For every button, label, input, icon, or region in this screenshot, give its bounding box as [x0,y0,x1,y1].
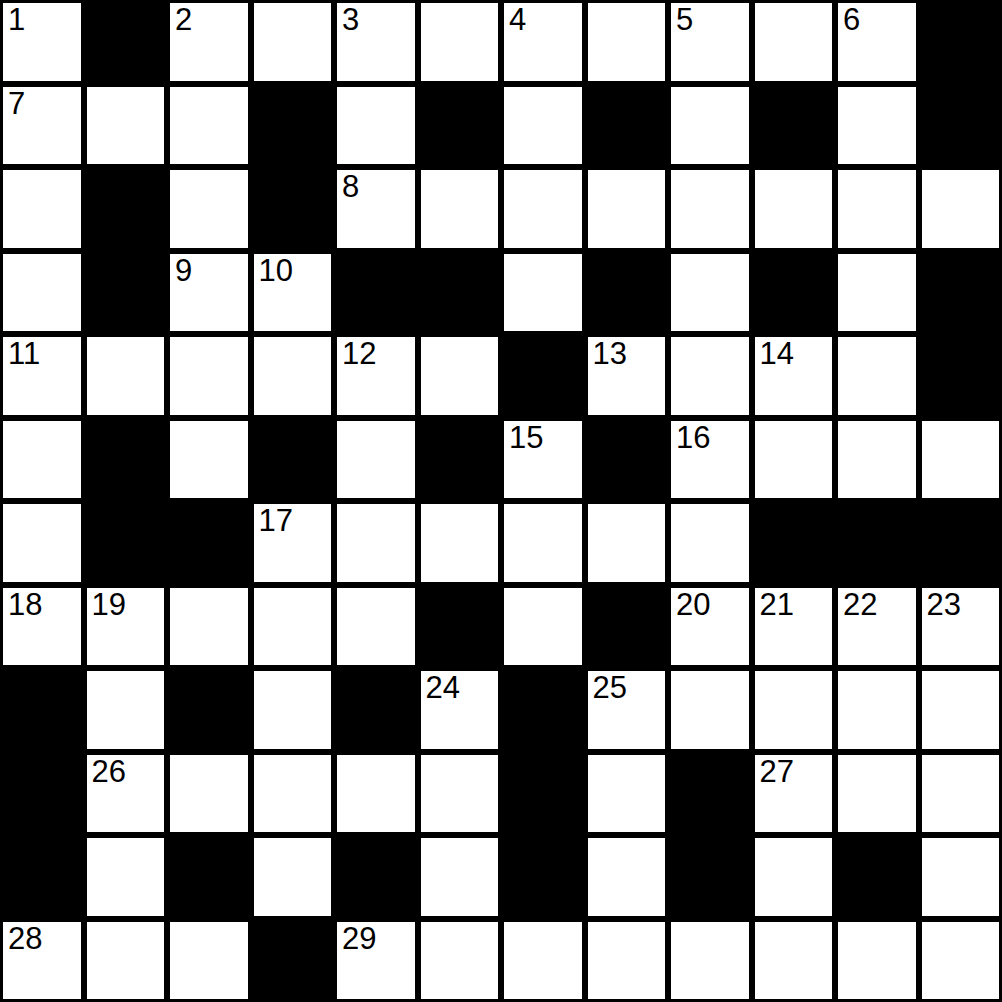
black-cell-r4c6 [418,251,502,335]
black-cell-r6c6 [418,418,502,502]
grid-cell-r11c6[interactable] [418,835,502,919]
clue-number-27: 27 [760,755,794,788]
black-cell-r9c1 [0,668,84,752]
grid-cell-r2c2[interactable] [84,84,168,168]
grid-cell-r7c5[interactable] [334,501,418,585]
grid-cell-r12c3[interactable] [167,919,251,1002]
grid-cell-r12c11[interactable] [835,919,919,1002]
grid-cell-r2c11[interactable] [835,84,919,168]
clue-number-15: 15 [509,421,543,454]
black-cell-r2c4 [251,84,335,168]
grid-cell-r8c12[interactable]: 23 [919,585,1002,669]
clue-number-9: 9 [175,254,192,287]
grid-cell-r8c3[interactable] [167,585,251,669]
grid-cell-r1c5[interactable]: 3 [334,0,418,84]
black-cell-r6c4 [251,418,335,502]
grid-cell-r3c12[interactable] [919,167,1002,251]
grid-cell-r5c3[interactable] [167,334,251,418]
grid-cell-r2c3[interactable] [167,84,251,168]
grid-cell-r1c11[interactable]: 6 [835,0,919,84]
grid-cell-r2c9[interactable] [668,84,752,168]
grid-cell-r9c2[interactable] [84,668,168,752]
grid-cell-r8c7[interactable] [501,585,585,669]
grid-cell-r6c12[interactable] [919,418,1002,502]
clue-number-5: 5 [676,3,693,36]
clue-number-18: 18 [8,588,42,621]
grid-cell-r10c6[interactable] [418,752,502,836]
black-cell-r4c10 [752,251,836,335]
clue-number-22: 22 [843,588,877,621]
grid-cell-r9c4[interactable] [251,668,335,752]
grid-cell-r3c10[interactable] [752,167,836,251]
black-cell-r7c2 [84,501,168,585]
black-cell-r1c2 [84,0,168,84]
clue-number-25: 25 [593,671,627,704]
black-cell-r7c3 [167,501,251,585]
grid-cell-r3c11[interactable] [835,167,919,251]
clue-number-11: 11 [8,337,40,370]
black-cell-r11c11 [835,835,919,919]
grid-cell-r8c9[interactable]: 20 [668,585,752,669]
grid-cell-r9c8[interactable]: 25 [585,668,669,752]
grid-cell-r10c10[interactable]: 27 [752,752,836,836]
clue-number-20: 20 [676,588,710,621]
black-cell-r5c7 [501,334,585,418]
grid-cell-r7c1[interactable] [0,501,84,585]
crossword-board: 1234567891011121314151617181920212223242… [0,0,1002,1002]
grid-cell-r4c1[interactable] [0,251,84,335]
clue-number-17: 17 [259,504,293,537]
black-cell-r10c7 [501,752,585,836]
grid-cell-r11c2[interactable] [84,835,168,919]
black-cell-r9c5 [334,668,418,752]
grid-cell-r5c1[interactable]: 11 [0,334,84,418]
grid-cell-r10c4[interactable] [251,752,335,836]
grid-cell-r9c6[interactable]: 24 [418,668,502,752]
black-cell-r11c9 [668,835,752,919]
grid-cell-r4c3[interactable]: 9 [167,251,251,335]
grid-cell-r6c3[interactable] [167,418,251,502]
clue-number-29: 29 [342,922,376,955]
grid-cell-r12c10[interactable] [752,919,836,1002]
clue-number-24: 24 [426,671,460,704]
grid-cell-r3c9[interactable] [668,167,752,251]
black-cell-r8c8 [585,585,669,669]
grid-cell-r6c7[interactable]: 15 [501,418,585,502]
grid-cell-r6c5[interactable] [334,418,418,502]
grid-cell-r3c7[interactable] [501,167,585,251]
grid-cell-r5c10[interactable]: 14 [752,334,836,418]
grid-cell-r1c9[interactable]: 5 [668,0,752,84]
grid-cell-r9c9[interactable] [668,668,752,752]
grid-cell-r8c10[interactable]: 21 [752,585,836,669]
grid-cell-r12c1[interactable]: 28 [0,919,84,1002]
black-cell-r9c7 [501,668,585,752]
grid-cell-r7c6[interactable] [418,501,502,585]
clue-number-16: 16 [676,421,710,454]
clue-number-2: 2 [175,3,192,36]
grid-cell-r11c4[interactable] [251,835,335,919]
grid-cell-r7c7[interactable] [501,501,585,585]
black-cell-r3c4 [251,167,335,251]
grid-cell-r12c2[interactable] [84,919,168,1002]
grid-cell-r3c8[interactable] [585,167,669,251]
grid-cell-r3c3[interactable] [167,167,251,251]
grid-cell-r6c10[interactable] [752,418,836,502]
clue-number-1: 1 [8,3,25,36]
black-cell-r12c4 [251,919,335,1002]
black-cell-r5c12 [919,334,1002,418]
black-cell-r7c11 [835,501,919,585]
grid-cell-r3c6[interactable] [418,167,502,251]
grid-cell-r5c8[interactable]: 13 [585,334,669,418]
black-cell-r11c7 [501,835,585,919]
clue-number-10: 10 [259,254,293,287]
black-cell-r3c2 [84,167,168,251]
clue-number-12: 12 [342,337,376,370]
black-cell-r2c12 [919,84,1002,168]
grid-cell-r4c7[interactable] [501,251,585,335]
black-cell-r7c12 [919,501,1002,585]
grid-cell-r9c12[interactable] [919,668,1002,752]
black-cell-r10c1 [0,752,84,836]
grid-cell-r11c8[interactable] [585,835,669,919]
clue-number-3: 3 [342,3,359,36]
grid-cell-r1c7[interactable]: 4 [501,0,585,84]
clue-number-13: 13 [593,337,627,370]
black-cell-r1c12 [919,0,1002,84]
grid-cell-r12c5[interactable]: 29 [334,919,418,1002]
clue-number-21: 21 [760,588,794,621]
black-cell-r11c1 [0,835,84,919]
grid-cell-r10c8[interactable] [585,752,669,836]
grid-cell-r5c9[interactable] [668,334,752,418]
black-cell-r7c10 [752,501,836,585]
grid-cell-r6c1[interactable] [0,418,84,502]
clue-number-19: 19 [92,588,126,621]
clue-number-23: 23 [927,588,961,621]
black-cell-r4c5 [334,251,418,335]
grid-cell-r11c10[interactable] [752,835,836,919]
grid-cell-r5c2[interactable] [84,334,168,418]
grid-cell-r4c9[interactable] [668,251,752,335]
clue-number-7: 7 [8,87,25,120]
clue-number-14: 14 [760,337,794,370]
grid-cell-r4c11[interactable] [835,251,919,335]
grid-cell-r1c6[interactable] [418,0,502,84]
grid-cell-r2c5[interactable] [334,84,418,168]
grid-cell-r12c9[interactable] [668,919,752,1002]
black-cell-r2c6 [418,84,502,168]
grid-cell-r4c4[interactable]: 10 [251,251,335,335]
grid-cell-r9c10[interactable] [752,668,836,752]
black-cell-r2c10 [752,84,836,168]
clue-number-8: 8 [342,170,359,203]
grid-cell-r10c12[interactable] [919,752,1002,836]
grid-cell-r5c11[interactable] [835,334,919,418]
grid-cell-r10c5[interactable] [334,752,418,836]
black-cell-r11c3 [167,835,251,919]
black-cell-r6c2 [84,418,168,502]
grid-cell-r12c6[interactable] [418,919,502,1002]
grid-cell-r8c1[interactable]: 18 [0,585,84,669]
grid-cell-r6c9[interactable]: 16 [668,418,752,502]
grid-cell-r9c11[interactable] [835,668,919,752]
grid-cell-r5c5[interactable]: 12 [334,334,418,418]
grid-cell-r8c5[interactable] [334,585,418,669]
grid-cell-r8c4[interactable] [251,585,335,669]
black-cell-r6c8 [585,418,669,502]
grid-cell-r10c11[interactable] [835,752,919,836]
grid-cell-r12c7[interactable] [501,919,585,1002]
grid-cell-r8c2[interactable]: 19 [84,585,168,669]
grid-cell-r1c8[interactable] [585,0,669,84]
grid-cell-r3c1[interactable] [0,167,84,251]
grid-cell-r11c12[interactable] [919,835,1002,919]
black-cell-r2c8 [585,84,669,168]
black-cell-r11c5 [334,835,418,919]
grid-cell-r6c11[interactable] [835,418,919,502]
black-cell-r9c3 [167,668,251,752]
grid-cell-r1c1[interactable]: 1 [0,0,84,84]
clue-number-28: 28 [8,922,42,955]
black-cell-r4c2 [84,251,168,335]
black-cell-r4c12 [919,251,1002,335]
grid-cell-r1c10[interactable] [752,0,836,84]
grid-cell-r12c8[interactable] [585,919,669,1002]
clue-number-6: 6 [843,3,860,36]
black-cell-r8c6 [418,585,502,669]
grid-cell-r7c9[interactable] [668,501,752,585]
black-cell-r4c8 [585,251,669,335]
grid-cell-r7c4[interactable]: 17 [251,501,335,585]
grid-cell-r5c6[interactable] [418,334,502,418]
grid-cell-r3c5[interactable]: 8 [334,167,418,251]
black-cell-r10c9 [668,752,752,836]
clue-number-4: 4 [509,3,526,36]
grid-cell-r5c4[interactable] [251,334,335,418]
grid-cell-r10c2[interactable]: 26 [84,752,168,836]
grid-cell-r1c3[interactable]: 2 [167,0,251,84]
grid-cell-r7c8[interactable] [585,501,669,585]
grid-cell-r8c11[interactable]: 22 [835,585,919,669]
grid-cell-r10c3[interactable] [167,752,251,836]
grid-cell-r12c12[interactable] [919,919,1002,1002]
clue-number-26: 26 [92,755,126,788]
grid-cell-r1c4[interactable] [251,0,335,84]
grid-cell-r2c1[interactable]: 7 [0,84,84,168]
grid-cell-r2c7[interactable] [501,84,585,168]
